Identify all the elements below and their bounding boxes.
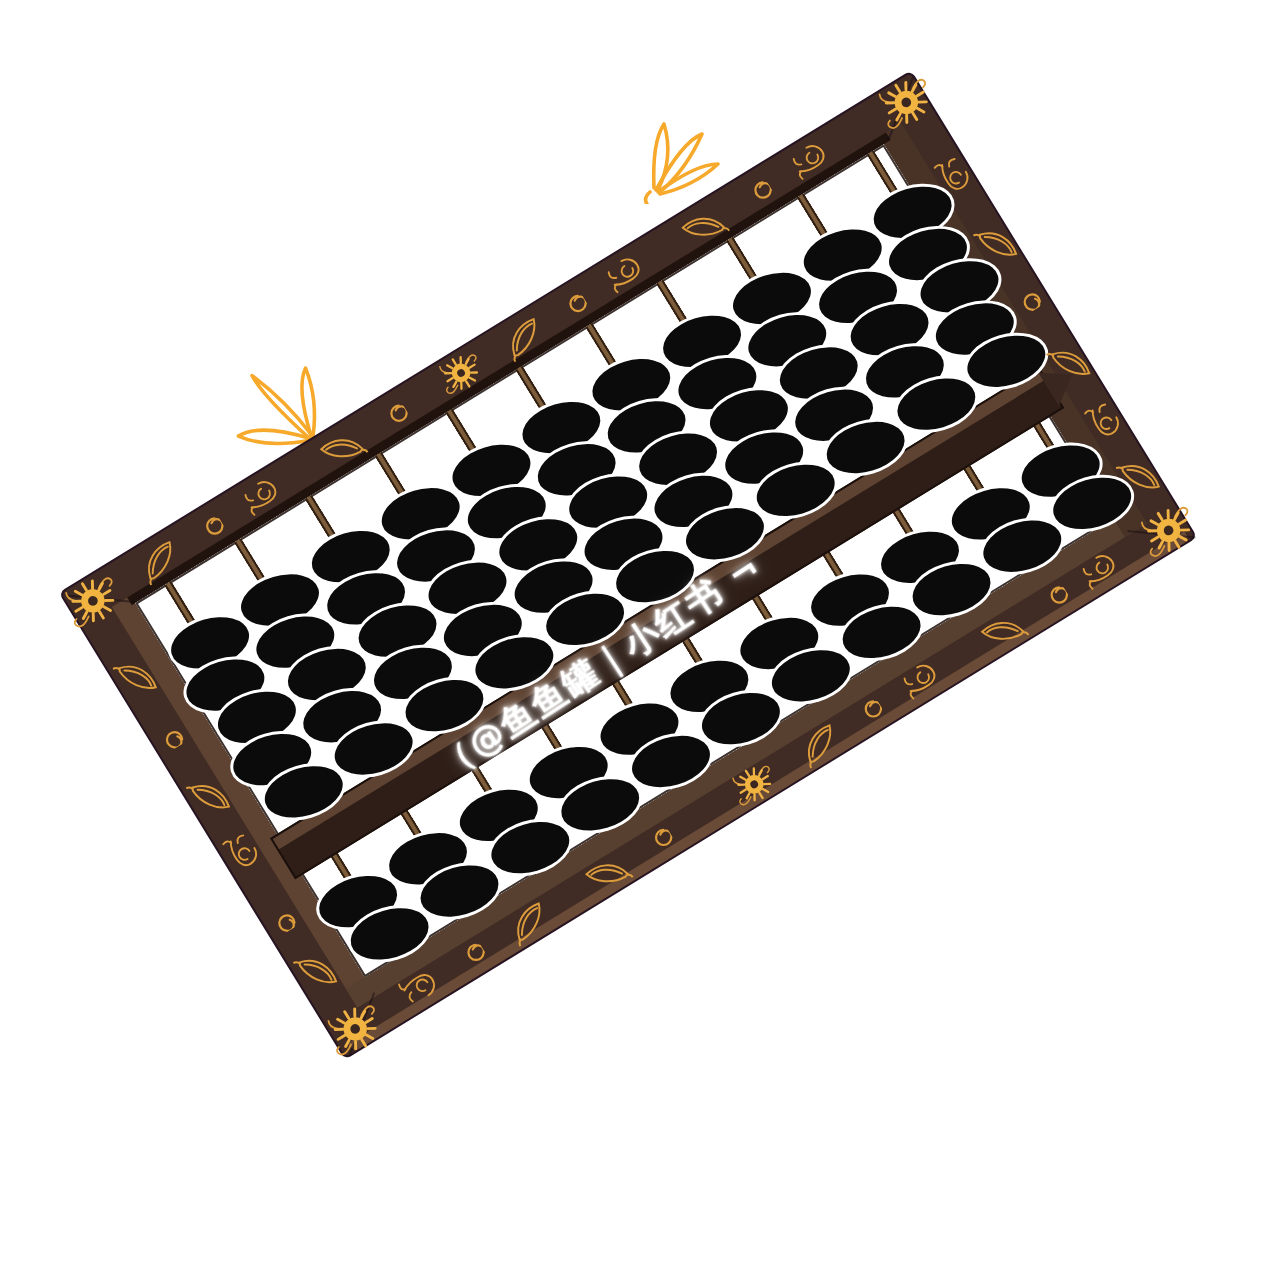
curl-ornament-icon [158, 722, 188, 752]
sunflower-ornament-icon [866, 63, 946, 143]
sunflower-ornament-icon [53, 561, 133, 641]
illustration-canvas: （@鱼鱼罐｜小红书 ¬ [0, 0, 1280, 1280]
sunflower-ornament-icon [315, 989, 395, 1069]
curl-ornament-icon [270, 905, 300, 935]
abacus-board: （@鱼鱼罐｜小红书 ¬ [59, 70, 1198, 1060]
curl-ornament-icon [1015, 284, 1045, 314]
